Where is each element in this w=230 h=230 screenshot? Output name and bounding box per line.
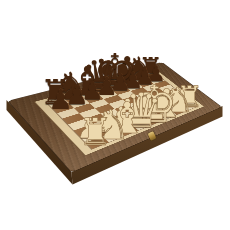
chess-set-photo: ♜♞♟♝♟♚♟♛♟♝♟♞♟♟♜♟♟♜♟♟♞♟♝♟♚♟♛♝♟♞♟♜ (0, 0, 230, 230)
piece-white-rook-a1[interactable]: ♜ (79, 114, 112, 151)
piece-black-pawn-a7[interactable]: ♟ (48, 86, 72, 113)
pieces-layer: ♜♞♟♝♟♚♟♛♟♝♟♞♟♟♜♟♟♜♟♟♞♟♝♟♚♟♛♝♟♞♟♜ (0, 0, 230, 230)
